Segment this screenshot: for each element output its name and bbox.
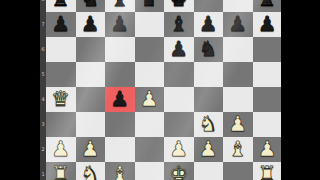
piece-white-pawn-b2: ♟	[81, 137, 100, 162]
piece-black-pawn-f7: ♟	[199, 12, 218, 37]
piece-black-pawn-h7: ♟	[258, 12, 277, 37]
piece-black-pawn-c7: ♟	[110, 12, 129, 37]
square-f6[interactable]: ♞	[194, 37, 224, 62]
square-f1[interactable]	[194, 162, 224, 180]
piece-black-bishop-c8: ♝	[110, 0, 129, 12]
piece-white-pawn-f2: ♟	[199, 137, 218, 162]
piece-white-bishop-c1: ♝	[110, 162, 129, 180]
square-h4[interactable]	[253, 87, 282, 112]
piece-white-pawn-e2: ♟	[169, 137, 188, 162]
square-h5[interactable]	[253, 62, 282, 87]
square-h1[interactable]: ♜	[253, 162, 282, 180]
square-f2[interactable]: ♟	[194, 137, 224, 162]
piece-black-knight-b8: ♞	[81, 0, 100, 12]
square-e5[interactable]	[164, 62, 194, 87]
square-e8[interactable]: ♚	[164, 0, 194, 12]
square-c7[interactable]: ♟	[105, 12, 135, 37]
square-d3[interactable]	[135, 112, 165, 137]
square-g4[interactable]	[223, 87, 253, 112]
square-e7[interactable]: ♝	[164, 12, 194, 37]
square-g7[interactable]: ♟	[223, 12, 253, 37]
square-h6[interactable]	[253, 37, 282, 62]
square-e1[interactable]: ♚	[164, 162, 194, 180]
square-b8[interactable]: ♞	[76, 0, 106, 12]
square-a4[interactable]: ♛	[46, 87, 76, 112]
square-d7[interactable]	[135, 12, 165, 37]
square-b4[interactable]	[76, 87, 106, 112]
square-f4[interactable]	[194, 87, 224, 112]
square-f8[interactable]	[194, 0, 224, 12]
square-b7[interactable]: ♟	[76, 12, 106, 37]
square-a8[interactable]: ♜	[46, 0, 76, 12]
piece-black-knight-f6: ♞	[199, 37, 218, 62]
square-d2[interactable]	[135, 137, 165, 162]
square-e3[interactable]	[164, 112, 194, 137]
square-d8[interactable]: ♛	[135, 0, 165, 12]
square-f5[interactable]	[194, 62, 224, 87]
piece-black-pawn-c4: ♟	[110, 87, 129, 112]
piece-black-pawn-b7: ♟	[81, 12, 100, 37]
square-h3[interactable]	[253, 112, 282, 137]
piece-black-bishop-e7: ♝	[169, 12, 188, 37]
square-b2[interactable]: ♟	[76, 137, 106, 162]
square-a3[interactable]	[46, 112, 76, 137]
square-d1[interactable]	[135, 162, 165, 180]
piece-white-rook-a1: ♜	[51, 162, 70, 180]
square-g2[interactable]: ♝	[223, 137, 253, 162]
piece-white-knight-b1: ♞	[81, 162, 100, 180]
video-frame: 87654321 ♜♞♝♛♚♜♟♟♟♝♟♟♟♟♞♛♟♟♞♟♟♟♟♟♝♟♜♞♝♚♜	[0, 0, 320, 180]
piece-black-pawn-e6: ♟	[169, 37, 188, 62]
square-e4[interactable]	[164, 87, 194, 112]
square-h2[interactable]: ♟	[253, 137, 282, 162]
letterbox-right	[281, 0, 320, 180]
chess-board: ♜♞♝♛♚♜♟♟♟♝♟♟♟♟♞♛♟♟♞♟♟♟♟♟♝♟♜♞♝♚♜	[46, 0, 281, 180]
square-g1[interactable]	[223, 162, 253, 180]
square-b6[interactable]	[76, 37, 106, 62]
piece-white-bishop-g2: ♝	[228, 137, 247, 162]
square-a7[interactable]: ♟	[46, 12, 76, 37]
square-a2[interactable]: ♟	[46, 137, 76, 162]
square-b1[interactable]: ♞	[76, 162, 106, 180]
square-c5[interactable]	[105, 62, 135, 87]
square-h8[interactable]: ♜	[253, 0, 282, 12]
piece-white-pawn-h2: ♟	[258, 137, 277, 162]
square-d6[interactable]	[135, 37, 165, 62]
letterbox-left	[0, 0, 40, 180]
square-b3[interactable]	[76, 112, 106, 137]
square-h7[interactable]: ♟	[253, 12, 282, 37]
square-a5[interactable]	[46, 62, 76, 87]
piece-white-pawn-d4: ♟	[140, 87, 159, 112]
piece-black-rook-a8: ♜	[51, 0, 70, 12]
square-f7[interactable]: ♟	[194, 12, 224, 37]
square-a1[interactable]: ♜	[46, 162, 76, 180]
square-c6[interactable]	[105, 37, 135, 62]
square-f3[interactable]: ♞	[194, 112, 224, 137]
piece-white-pawn-a2: ♟	[51, 137, 70, 162]
piece-black-rook-h8: ♜	[258, 0, 277, 12]
piece-white-knight-f3: ♞	[199, 112, 218, 137]
board-area: 87654321 ♜♞♝♛♚♜♟♟♟♝♟♟♟♟♞♛♟♟♞♟♟♟♟♟♝♟♜♞♝♚♜	[40, 0, 281, 180]
piece-white-rook-h1: ♜	[258, 162, 277, 180]
piece-white-king-e1: ♚	[169, 162, 188, 180]
piece-black-pawn-a7: ♟	[51, 12, 70, 37]
square-g5[interactable]	[223, 62, 253, 87]
piece-white-pawn-g3: ♟	[228, 112, 247, 137]
square-b5[interactable]	[76, 62, 106, 87]
square-d5[interactable]	[135, 62, 165, 87]
square-c1[interactable]: ♝	[105, 162, 135, 180]
piece-white-queen-a4: ♛	[51, 87, 70, 112]
square-a6[interactable]	[46, 37, 76, 62]
square-g3[interactable]: ♟	[223, 112, 253, 137]
square-c2[interactable]	[105, 137, 135, 162]
piece-black-king-e8: ♚	[169, 0, 188, 12]
square-c4[interactable]: ♟	[105, 87, 135, 112]
square-c8[interactable]: ♝	[105, 0, 135, 12]
square-e6[interactable]: ♟	[164, 37, 194, 62]
square-e2[interactable]: ♟	[164, 137, 194, 162]
square-g8[interactable]	[223, 0, 253, 12]
piece-black-pawn-g7: ♟	[228, 12, 247, 37]
square-d4[interactable]: ♟	[135, 87, 165, 112]
square-c3[interactable]	[105, 112, 135, 137]
piece-black-queen-d8: ♛	[140, 0, 159, 12]
square-g6[interactable]	[223, 37, 253, 62]
